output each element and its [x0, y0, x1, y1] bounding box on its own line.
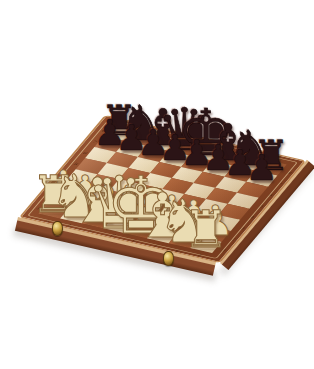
product-photo: aabbccddeeffgghh1122334455667788 ♜♞♝♟♛♟♚… [0, 0, 314, 369]
brass-clasp-right [163, 251, 174, 266]
brass-clasp-left [52, 221, 63, 236]
